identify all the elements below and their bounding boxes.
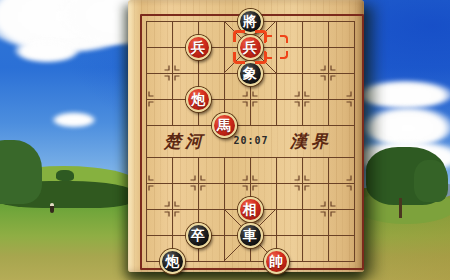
cloud [14,38,80,62]
piece-glyph: 馬 [217,118,231,132]
board-cell[interactable] [276,47,302,73]
piece-red-horse[interactable]: 馬 [212,113,237,138]
board-cell[interactable] [302,73,328,99]
board-cell[interactable] [328,183,354,209]
river: 楚河 20:07 漢界 [146,126,355,157]
piece-glyph: 帥 [269,254,283,268]
board-cell[interactable] [276,157,302,183]
piece-red-soldier[interactable]: 兵 [186,35,211,60]
left-tree [0,140,42,204]
piece-glyph: 車 [243,228,257,242]
tree-trunk [399,198,402,218]
piece-glyph: 炮 [191,92,205,106]
board-cell[interactable] [146,209,172,235]
board-cell[interactable] [224,157,250,183]
board-cell[interactable] [328,73,354,99]
cloud [52,112,96,127]
piece-black-elephant[interactable]: 象 [238,61,263,86]
board-cell[interactable] [276,99,302,125]
piece-black-cannon[interactable]: 炮 [160,249,185,274]
board-cell[interactable] [302,99,328,125]
board-cell[interactable] [146,47,172,73]
person-in-field [50,203,54,213]
piece-red-elephant[interactable]: 相 [238,197,263,222]
board-cell[interactable] [302,21,328,47]
piece-glyph: 兵 [243,40,257,54]
board-cell[interactable] [328,99,354,125]
board-cell[interactable] [328,157,354,183]
board-cell[interactable] [328,47,354,73]
board-cell[interactable] [172,157,198,183]
xiangqi-board[interactable]: 楚河 20:07 漢界 將兵兵象炮馬相卒車炮帥 [128,0,364,272]
board-cell[interactable] [328,21,354,47]
piece-glyph: 將 [243,14,257,28]
board-cell[interactable] [172,183,198,209]
piece-glyph: 兵 [191,40,205,54]
board-cell[interactable] [198,157,224,183]
piece-black-chariot[interactable]: 車 [238,223,263,248]
piece-glyph: 卒 [191,228,205,242]
board-cell[interactable] [328,235,354,261]
piece-red-soldier[interactable]: 兵 [238,35,263,60]
scene: 楚河 20:07 漢界 將兵兵象炮馬相卒車炮帥 [0,0,450,280]
piece-black-general[interactable]: 將 [238,9,263,34]
board-cell[interactable] [302,235,328,261]
board-cell[interactable] [276,73,302,99]
board-cell[interactable] [250,99,276,125]
board-cell[interactable] [198,183,224,209]
piece-glyph: 象 [243,66,257,80]
board-cell[interactable] [276,209,302,235]
cloud [356,80,450,108]
board-cell[interactable] [328,209,354,235]
board-cell[interactable] [146,99,172,125]
piece-glyph: 炮 [165,254,179,268]
piece-red-general[interactable]: 帥 [264,249,289,274]
board-cell[interactable] [302,157,328,183]
board-cell[interactable] [276,183,302,209]
board-cell[interactable] [276,21,302,47]
board-cell[interactable] [302,47,328,73]
piece-red-cannon[interactable]: 炮 [186,87,211,112]
board-cell[interactable] [302,209,328,235]
river-label-right: 漢界 [281,130,341,153]
board-cell[interactable] [146,183,172,209]
board-cell[interactable] [250,157,276,183]
right-tree-small [414,160,448,202]
ridge-tree [56,170,74,181]
river-label-left: 楚河 [155,130,215,153]
board-cell[interactable] [146,21,172,47]
board-cell[interactable] [146,73,172,99]
piece-black-soldier[interactable]: 卒 [186,223,211,248]
piece-glyph: 相 [243,202,257,216]
board-cell[interactable] [146,157,172,183]
board-cell[interactable] [302,183,328,209]
